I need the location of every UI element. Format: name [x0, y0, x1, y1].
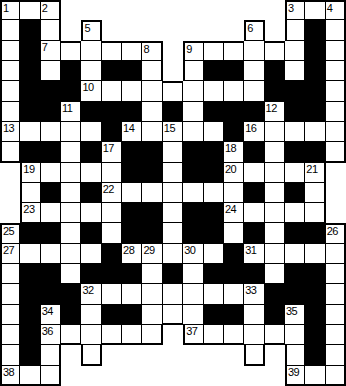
white-cell-r7c15[interactable] [285, 122, 305, 142]
clue-number-9: 9 [186, 43, 192, 55]
white-cell-r7c10[interactable] [183, 122, 203, 142]
white-cell-r7c8[interactable] [142, 122, 162, 142]
white-cell-r5c8[interactable] [142, 81, 162, 101]
black-cell-r14c9 [163, 264, 183, 284]
void-area [61, 366, 81, 386]
black-cell-r10c13 [244, 183, 264, 203]
black-cell-r8c10 [183, 142, 203, 162]
white-cell-r9c12[interactable]: 20 [224, 163, 244, 183]
black-cell-r5c3 [41, 81, 61, 101]
clue-number-20: 20 [225, 163, 236, 175]
white-cell-r16c3[interactable]: 34 [41, 305, 61, 325]
white-cell-r13c13[interactable]: 31 [244, 244, 264, 264]
white-cell-r17c7[interactable] [122, 325, 142, 345]
void-area [224, 0, 244, 20]
white-cell-r2c15[interactable] [285, 20, 305, 40]
white-cell-r11c12[interactable]: 24 [224, 203, 244, 223]
black-cell-r14c12 [224, 264, 244, 284]
white-cell-r11c2[interactable]: 23 [20, 203, 40, 223]
black-cell-r10c15 [285, 183, 305, 203]
white-cell-r11c13[interactable] [244, 203, 264, 223]
white-cell-r5c7[interactable] [122, 81, 142, 101]
black-cell-r9c7 [122, 163, 142, 183]
white-cell-r19c16[interactable] [305, 366, 325, 386]
white-cell-r10c12[interactable] [224, 183, 244, 203]
white-cell-r10c6[interactable]: 22 [102, 183, 122, 203]
void-area [122, 0, 142, 20]
white-cell-r18c1[interactable] [0, 345, 20, 365]
void-area [244, 366, 264, 386]
white-cell-r13c7[interactable]: 28 [122, 244, 142, 264]
black-cell-r11c8 [142, 203, 162, 223]
clue-number-34: 34 [42, 305, 53, 317]
white-cell-r15c11[interactable] [204, 284, 224, 304]
clue-number-1: 1 [3, 2, 9, 14]
white-cell-r15c9[interactable] [163, 284, 183, 304]
black-cell-r8c16 [305, 142, 325, 162]
white-cell-r18c3[interactable] [41, 345, 61, 365]
white-cell-r13c10[interactable]: 30 [183, 244, 203, 264]
white-cell-r11c4[interactable] [61, 203, 81, 223]
white-cell-r5c13[interactable] [244, 81, 264, 101]
black-cell-r6c12 [224, 102, 244, 122]
black-cell-r8c15 [285, 142, 305, 162]
white-cell-r12c1[interactable]: 25 [0, 223, 20, 243]
white-cell-r4c1[interactable] [0, 61, 20, 81]
white-cell-r13c17[interactable] [326, 244, 346, 264]
clue-number-32: 32 [82, 284, 93, 296]
white-cell-r7c3[interactable] [41, 122, 61, 142]
white-cell-r17c1[interactable] [0, 325, 20, 345]
white-cell-r6c17[interactable] [326, 102, 346, 122]
white-cell-r5c11[interactable] [204, 81, 224, 101]
black-cell-r13c6 [102, 244, 122, 264]
white-cell-r3c6[interactable] [102, 41, 122, 61]
clue-number-36: 36 [42, 325, 53, 337]
black-cell-r9c10 [183, 163, 203, 183]
void-area [81, 0, 101, 20]
void-area [122, 366, 142, 386]
white-cell-r10c7[interactable] [122, 183, 142, 203]
white-cell-r3c17[interactable] [326, 41, 346, 61]
white-cell-r3c1[interactable] [0, 41, 20, 61]
white-cell-r11c3[interactable] [41, 203, 61, 223]
white-cell-r17c6[interactable] [102, 325, 122, 345]
black-cell-r4c4 [61, 61, 81, 81]
white-cell-r10c4[interactable] [61, 183, 81, 203]
white-cell-r15c13[interactable]: 33 [244, 284, 264, 304]
white-cell-r10c11[interactable] [204, 183, 224, 203]
white-cell-r16c10[interactable] [183, 305, 203, 325]
white-cell-r9c3[interactable] [41, 163, 61, 183]
black-cell-r12c10 [183, 223, 203, 243]
black-cell-r8c3 [41, 142, 61, 162]
black-cell-r11c7 [122, 203, 142, 223]
white-cell-r7c17[interactable] [326, 122, 346, 142]
white-cell-r16c1[interactable] [0, 305, 20, 325]
white-cell-r17c8[interactable] [142, 325, 162, 345]
white-cell-r9c9[interactable] [163, 163, 183, 183]
white-cell-r9c2[interactable]: 19 [20, 163, 40, 183]
white-cell-r6c8[interactable] [142, 102, 162, 122]
black-cell-r15c4 [61, 284, 81, 304]
void-area [183, 345, 203, 365]
white-cell-r6c4[interactable]: 11 [61, 102, 81, 122]
white-cell-r16c17[interactable] [326, 305, 346, 325]
void-area [265, 366, 285, 386]
white-cell-r11c16[interactable] [305, 203, 325, 223]
black-cell-r16c6 [102, 305, 122, 325]
void-area [61, 0, 81, 20]
white-cell-r7c7[interactable]: 14 [122, 122, 142, 142]
white-cell-r7c11[interactable] [204, 122, 224, 142]
white-cell-r8c12[interactable]: 18 [224, 142, 244, 162]
white-cell-r9c4[interactable] [61, 163, 81, 183]
white-cell-r16c15[interactable]: 35 [285, 305, 305, 325]
clue-number-5: 5 [84, 22, 90, 34]
white-cell-r11c14[interactable] [265, 203, 285, 223]
clue-number-33: 33 [245, 284, 256, 296]
white-cell-r19c15[interactable]: 39 [285, 366, 305, 386]
white-cell-r11c15[interactable] [285, 203, 305, 223]
white-cell-r14c8[interactable] [142, 264, 162, 284]
white-cell-r9c14[interactable] [265, 163, 285, 183]
black-cell-r15c3 [41, 284, 61, 304]
white-cell-r4c10[interactable] [183, 61, 203, 81]
white-cell-r13c8[interactable]: 29 [142, 244, 162, 264]
white-cell-r10c16[interactable] [305, 183, 325, 203]
white-cell-r2c17[interactable] [326, 20, 346, 40]
black-cell-r12c15 [285, 223, 305, 243]
white-cell-r16c8[interactable] [142, 305, 162, 325]
black-cell-r6c11 [204, 102, 224, 122]
black-cell-r11c11 [204, 203, 224, 223]
void-area [142, 366, 162, 386]
white-cell-r2c13[interactable]: 6 [244, 20, 264, 40]
white-cell-r5c12[interactable] [224, 81, 244, 101]
white-cell-r19c1[interactable]: 38 [0, 366, 20, 386]
white-cell-r8c4[interactable] [61, 142, 81, 162]
black-cell-r13c12 [224, 244, 244, 264]
white-cell-r3c4[interactable] [61, 41, 81, 61]
white-cell-r4c5[interactable] [81, 61, 101, 81]
white-cell-r11c6[interactable] [102, 203, 122, 223]
white-cell-r10c10[interactable] [183, 183, 203, 203]
black-cell-r12c13 [244, 223, 264, 243]
black-cell-r8c8 [142, 142, 162, 162]
clue-number-4: 4 [327, 2, 333, 14]
white-cell-r16c9[interactable] [163, 305, 183, 325]
clue-number-21: 21 [306, 163, 317, 175]
white-cell-r13c14[interactable] [265, 244, 285, 264]
black-cell-r12c3 [41, 223, 61, 243]
white-cell-r7c13[interactable]: 16 [244, 122, 264, 142]
white-cell-r12c12[interactable] [224, 223, 244, 243]
white-cell-r14c4[interactable] [61, 264, 81, 284]
clue-number-23: 23 [23, 203, 34, 215]
white-cell-r13c3[interactable] [41, 244, 61, 264]
white-cell-r9c15[interactable] [285, 163, 305, 183]
white-cell-r17c12[interactable] [224, 325, 244, 345]
white-cell-r7c9[interactable]: 15 [163, 122, 183, 142]
clue-number-2: 2 [42, 2, 48, 14]
black-cell-r16c11 [204, 305, 224, 325]
clue-number-37: 37 [186, 325, 197, 337]
white-cell-r13c4[interactable] [61, 244, 81, 264]
black-cell-r8c2 [20, 142, 40, 162]
white-cell-r18c17[interactable] [326, 345, 346, 365]
clue-number-6: 6 [247, 22, 253, 34]
black-cell-r7c12 [224, 122, 244, 142]
black-cell-r6c9 [163, 102, 183, 122]
white-cell-r6c1[interactable] [0, 102, 20, 122]
white-cell-r12c9[interactable] [163, 223, 183, 243]
white-cell-r7c4[interactable] [61, 122, 81, 142]
white-cell-r15c7[interactable] [122, 284, 142, 304]
clue-number-27: 27 [3, 244, 14, 256]
white-cell-r6c10[interactable] [183, 102, 203, 122]
white-cell-r15c1[interactable] [0, 284, 20, 304]
black-cell-r16c2 [20, 305, 40, 325]
black-cell-r12c2 [20, 223, 40, 243]
black-cell-r16c14 [265, 305, 285, 325]
black-cell-r6c16 [305, 102, 325, 122]
black-cell-r14c15 [285, 264, 305, 284]
black-cell-r9c11 [204, 163, 224, 183]
white-cell-r18c13[interactable] [244, 345, 264, 365]
black-cell-r6c6 [102, 102, 122, 122]
white-cell-r12c17[interactable]: 26 [326, 223, 346, 243]
white-cell-r4c15[interactable] [285, 61, 305, 81]
white-cell-r8c9[interactable] [163, 142, 183, 162]
white-cell-r10c8[interactable] [142, 183, 162, 203]
void-area [163, 345, 183, 365]
black-cell-r2c2 [20, 20, 40, 40]
white-cell-r16c13[interactable] [244, 305, 264, 325]
white-cell-r17c15[interactable] [285, 325, 305, 345]
white-cell-r14c14[interactable] [265, 264, 285, 284]
void-area [326, 163, 346, 183]
white-cell-r8c6[interactable]: 17 [102, 142, 122, 162]
white-cell-r3c8[interactable]: 8 [142, 41, 162, 61]
void-area [122, 20, 142, 40]
white-cell-r17c13[interactable] [244, 325, 264, 345]
white-cell-r2c5[interactable]: 5 [81, 20, 101, 40]
white-cell-r8c14[interactable] [265, 142, 285, 162]
black-cell-r8c11 [204, 142, 224, 162]
white-cell-r4c8[interactable] [142, 61, 162, 81]
clue-number-19: 19 [23, 163, 34, 175]
white-cell-r3c12[interactable] [224, 41, 244, 61]
void-area [204, 345, 224, 365]
black-cell-r15c2 [20, 284, 40, 304]
white-cell-r13c5[interactable] [81, 244, 101, 264]
clue-number-28: 28 [123, 244, 134, 256]
void-area [142, 0, 162, 20]
white-cell-r13c2[interactable] [20, 244, 40, 264]
white-cell-r13c15[interactable] [285, 244, 305, 264]
black-cell-r14c16 [305, 264, 325, 284]
white-cell-r1c16[interactable] [305, 0, 325, 20]
black-cell-r15c14 [265, 284, 285, 304]
void-area [326, 183, 346, 203]
white-cell-r8c17[interactable] [326, 142, 346, 162]
void-area [102, 366, 122, 386]
void-area [61, 20, 81, 40]
black-cell-r5c4 [61, 81, 81, 101]
white-cell-r3c3[interactable]: 7 [41, 41, 61, 61]
white-cell-r3c13[interactable] [244, 41, 264, 61]
white-cell-r2c1[interactable] [0, 20, 20, 40]
white-cell-r17c14[interactable] [265, 325, 285, 345]
void-area [183, 20, 203, 40]
void-area [163, 325, 183, 345]
white-cell-r17c5[interactable] [81, 325, 101, 345]
white-cell-r14c10[interactable] [183, 264, 203, 284]
white-cell-r17c11[interactable] [204, 325, 224, 345]
black-cell-r7c6 [102, 122, 122, 142]
white-cell-r3c7[interactable] [122, 41, 142, 61]
white-cell-r4c13[interactable] [244, 61, 264, 81]
void-area [265, 345, 285, 365]
white-cell-r7c2[interactable] [20, 122, 40, 142]
white-cell-r17c3[interactable]: 36 [41, 325, 61, 345]
white-cell-r18c15[interactable] [285, 345, 305, 365]
black-cell-r14c11 [204, 264, 224, 284]
black-cell-r3c16 [305, 41, 325, 61]
white-cell-r2c3[interactable] [41, 20, 61, 40]
white-cell-r8c1[interactable] [0, 142, 20, 162]
black-cell-r12c16 [305, 223, 325, 243]
white-cell-r15c10[interactable] [183, 284, 203, 304]
black-cell-r18c16 [305, 345, 325, 365]
white-cell-r7c14[interactable] [265, 122, 285, 142]
white-cell-r14c17[interactable] [326, 264, 346, 284]
white-cell-r5c6[interactable] [102, 81, 122, 101]
white-cell-r19c3[interactable] [41, 366, 61, 386]
white-cell-r17c10[interactable]: 37 [183, 325, 203, 345]
white-cell-r4c17[interactable] [326, 61, 346, 81]
black-cell-r16c16 [305, 305, 325, 325]
clue-number-38: 38 [3, 366, 14, 378]
void-area [163, 61, 183, 81]
black-cell-r5c2 [20, 81, 40, 101]
white-cell-r1c17[interactable]: 4 [326, 0, 346, 20]
white-cell-r4c3[interactable] [41, 61, 61, 81]
white-cell-r16c5[interactable] [81, 305, 101, 325]
white-cell-r10c2[interactable] [20, 183, 40, 203]
white-cell-r1c1[interactable]: 1 [0, 0, 20, 20]
black-cell-r4c2 [20, 61, 40, 81]
clue-number-14: 14 [123, 122, 134, 134]
white-cell-r15c17[interactable] [326, 284, 346, 304]
white-cell-r5c10[interactable] [183, 81, 203, 101]
void-area [163, 0, 183, 20]
white-cell-r1c15[interactable]: 3 [285, 0, 305, 20]
black-cell-r17c2 [20, 325, 40, 345]
white-cell-r19c17[interactable] [326, 366, 346, 386]
white-cell-r13c16[interactable] [305, 244, 325, 264]
white-cell-r14c1[interactable] [0, 264, 20, 284]
black-cell-r12c11 [204, 223, 224, 243]
void-area [61, 345, 81, 365]
void-area [122, 345, 142, 365]
white-cell-r15c8[interactable] [142, 284, 162, 304]
white-cell-r5c9[interactable] [163, 81, 183, 101]
void-area [183, 366, 203, 386]
black-cell-r6c2 [20, 102, 40, 122]
black-cell-r12c8 [142, 223, 162, 243]
clue-number-30: 30 [184, 244, 195, 256]
white-cell-r15c12[interactable] [224, 284, 244, 304]
clue-number-25: 25 [3, 225, 14, 237]
white-cell-r17c4[interactable] [61, 325, 81, 345]
white-cell-r12c4[interactable] [61, 223, 81, 243]
void-area [0, 203, 20, 223]
white-cell-r12c14[interactable] [265, 223, 285, 243]
white-cell-r5c5[interactable]: 10 [81, 81, 101, 101]
white-cell-r13c1[interactable]: 27 [0, 244, 20, 264]
black-cell-r11c10 [183, 203, 203, 223]
white-cell-r17c17[interactable] [326, 325, 346, 345]
white-cell-r7c16[interactable] [305, 122, 325, 142]
black-cell-r18c2 [20, 345, 40, 365]
white-cell-r3c10[interactable]: 9 [183, 41, 203, 61]
clue-number-15: 15 [164, 122, 175, 134]
white-cell-r3c11[interactable] [204, 41, 224, 61]
black-cell-r8c5 [81, 142, 101, 162]
black-cell-r15c16 [305, 284, 325, 304]
white-cell-r11c5[interactable] [81, 203, 101, 223]
black-cell-r6c7 [122, 102, 142, 122]
white-cell-r3c5[interactable] [81, 41, 101, 61]
void-area [102, 345, 122, 365]
white-cell-r9c16[interactable]: 21 [305, 163, 325, 183]
white-cell-r19c2[interactable] [20, 366, 40, 386]
clue-number-11: 11 [62, 102, 72, 114]
white-cell-r7c5[interactable] [81, 122, 101, 142]
white-cell-r3c15[interactable] [285, 41, 305, 61]
clue-number-12: 12 [266, 102, 277, 114]
void-area [183, 0, 203, 20]
white-cell-r3c14[interactable] [265, 41, 285, 61]
white-cell-r18c5[interactable] [81, 345, 101, 365]
white-cell-r1c2[interactable] [20, 0, 40, 20]
white-cell-r6c14[interactable]: 12 [265, 102, 285, 122]
white-cell-r15c6[interactable] [102, 284, 122, 304]
white-cell-r9c6[interactable] [102, 163, 122, 183]
white-cell-r9c13[interactable] [244, 163, 264, 183]
white-cell-r10c14[interactable] [265, 183, 285, 203]
white-cell-r1c3[interactable]: 2 [41, 0, 61, 20]
white-cell-r9c5[interactable] [81, 163, 101, 183]
clue-number-31: 31 [245, 244, 256, 256]
black-cell-r9c8 [142, 163, 162, 183]
clue-number-13: 13 [3, 122, 14, 134]
white-cell-r12c6[interactable] [102, 223, 122, 243]
black-cell-r14c6 [102, 264, 122, 284]
white-cell-r11c9[interactable] [163, 203, 183, 223]
white-cell-r5c1[interactable] [0, 81, 20, 101]
white-cell-r15c5[interactable]: 32 [81, 284, 101, 304]
white-cell-r13c11[interactable] [204, 244, 224, 264]
void-area [265, 20, 285, 40]
white-cell-r10c9[interactable] [163, 183, 183, 203]
white-cell-r13c9[interactable] [163, 244, 183, 264]
white-cell-r7c1[interactable]: 13 [0, 122, 20, 142]
white-cell-r5c17[interactable] [326, 81, 346, 101]
clue-number-17: 17 [103, 142, 114, 154]
